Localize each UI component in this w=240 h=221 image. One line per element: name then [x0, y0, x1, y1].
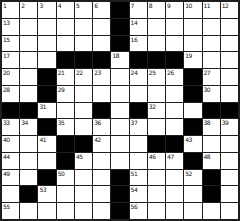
- crossword-cell[interactable]: 26: [166, 69, 183, 85]
- crossword-cell[interactable]: 5: [75, 2, 92, 18]
- crossword-cell[interactable]: [75, 186, 92, 202]
- clue-number: 37: [131, 119, 138, 126]
- crossword-cell[interactable]: 49: [2, 170, 19, 186]
- crossword-cell[interactable]: [93, 36, 110, 52]
- clue-number: 45: [76, 153, 83, 160]
- crossword-cell[interactable]: [93, 203, 110, 219]
- crossword-cell[interactable]: [184, 203, 201, 219]
- clue-number: 21: [58, 69, 65, 76]
- clue-number: 11: [204, 2, 211, 9]
- crossword-cell[interactable]: 10: [184, 2, 201, 18]
- crossword-cell[interactable]: 41: [38, 136, 55, 152]
- crossword-cell[interactable]: [166, 19, 183, 35]
- crossword-cell[interactable]: 15: [2, 36, 19, 52]
- clue-number: 9: [167, 2, 170, 9]
- clue-number: 13: [3, 19, 10, 26]
- crossword-cell[interactable]: 43: [184, 136, 201, 152]
- crossword-cell[interactable]: [93, 19, 110, 35]
- crossword-cell[interactable]: 30: [203, 86, 220, 102]
- clue-number: 14: [131, 19, 138, 26]
- clue-number: 52: [185, 170, 192, 177]
- black-square: [203, 103, 220, 119]
- black-square: [93, 52, 110, 68]
- clue-number: 48: [204, 153, 211, 160]
- black-square: [111, 170, 128, 186]
- crossword-cell[interactable]: [148, 170, 165, 186]
- crossword-cell[interactable]: 4: [57, 2, 74, 18]
- crossword-cell[interactable]: [57, 36, 74, 52]
- crossword-cell[interactable]: 36: [93, 119, 110, 135]
- crossword-cell[interactable]: [75, 36, 92, 52]
- crossword-cell[interactable]: [221, 170, 238, 186]
- crossword-cell[interactable]: 28: [2, 86, 19, 102]
- crossword-cell[interactable]: [221, 52, 238, 68]
- crossword-cell[interactable]: [130, 136, 147, 152]
- crossword-cell[interactable]: [38, 203, 55, 219]
- crossword-cell[interactable]: [130, 153, 147, 169]
- crossword-cell[interactable]: [20, 69, 37, 85]
- crossword-cell[interactable]: [20, 36, 37, 52]
- clue-number: 23: [94, 69, 101, 76]
- black-square: [57, 136, 74, 152]
- crossword-cell[interactable]: [20, 19, 37, 35]
- black-square: [130, 52, 147, 68]
- clue-number: 7: [131, 2, 134, 9]
- crossword-cell[interactable]: 20: [2, 69, 19, 85]
- crossword-cell[interactable]: 53: [38, 186, 55, 202]
- black-square: [184, 86, 201, 102]
- clue-number: 3: [39, 2, 42, 9]
- black-square: [57, 153, 74, 169]
- crossword-cell[interactable]: 55: [2, 203, 19, 219]
- clue-number: 41: [39, 136, 46, 143]
- crossword-cell[interactable]: 27: [203, 69, 220, 85]
- crossword-cell[interactable]: [221, 86, 238, 102]
- crossword-cell[interactable]: [166, 103, 183, 119]
- crossword-cell[interactable]: [166, 170, 183, 186]
- crossword-cell[interactable]: [20, 52, 37, 68]
- crossword-cell[interactable]: [203, 136, 220, 152]
- crossword-cell[interactable]: [75, 103, 92, 119]
- crossword-cell[interactable]: [221, 19, 238, 35]
- black-square: [111, 186, 128, 202]
- black-square: [148, 136, 165, 152]
- black-square: [184, 153, 201, 169]
- crossword-cell[interactable]: [148, 203, 165, 219]
- crossword-cell[interactable]: 39: [221, 119, 238, 135]
- black-square: [20, 186, 37, 202]
- black-square: [20, 103, 37, 119]
- clue-number: 27: [204, 69, 211, 76]
- black-square: [111, 36, 128, 52]
- clue-number: 55: [3, 203, 10, 210]
- crossword-cell[interactable]: [38, 153, 55, 169]
- crossword-cell[interactable]: [221, 136, 238, 152]
- crossword-cell[interactable]: [93, 186, 110, 202]
- crossword-cell[interactable]: 48: [203, 153, 220, 169]
- clue-number: 34: [21, 119, 28, 126]
- crossword-cell[interactable]: [221, 203, 238, 219]
- clue-number: 36: [94, 119, 101, 126]
- clue-number: 32: [149, 103, 156, 110]
- clue-number: 22: [76, 69, 83, 76]
- crossword-cell[interactable]: [2, 186, 19, 202]
- crossword-cell[interactable]: [75, 119, 92, 135]
- crossword-cell[interactable]: [184, 19, 201, 35]
- crossword-cell[interactable]: 37: [130, 119, 147, 135]
- clue-number: 6: [94, 2, 97, 9]
- black-square: [111, 203, 128, 219]
- black-square: [184, 119, 201, 135]
- crossword-cell[interactable]: 42: [93, 136, 110, 152]
- crossword-cell[interactable]: [57, 186, 74, 202]
- crossword-cell[interactable]: 35: [57, 119, 74, 135]
- crossword-cell[interactable]: 56: [130, 203, 147, 219]
- crossword-cell[interactable]: 3: [38, 2, 55, 18]
- crossword-cell[interactable]: [111, 119, 128, 135]
- clue-number: 56: [131, 203, 138, 210]
- crossword-cell[interactable]: 51: [130, 170, 147, 186]
- clue-number: 42: [94, 136, 101, 143]
- clue-number: 26: [167, 69, 174, 76]
- crossword-cell[interactable]: [38, 52, 55, 68]
- crossword-cell[interactable]: [166, 119, 183, 135]
- crossword-cell[interactable]: [166, 186, 183, 202]
- crossword-cell[interactable]: [75, 203, 92, 219]
- crossword-cell[interactable]: 46: [148, 153, 165, 169]
- crossword-cell[interactable]: [93, 170, 110, 186]
- clue-number: 30: [204, 86, 211, 93]
- clue-number: 25: [149, 69, 156, 76]
- black-square: [130, 103, 147, 119]
- crossword-cell[interactable]: 12: [221, 2, 238, 18]
- crossword-cell[interactable]: [20, 153, 37, 169]
- crossword-cell[interactable]: [57, 103, 74, 119]
- black-square: [111, 19, 128, 35]
- black-square: [2, 103, 19, 119]
- clue-number: 49: [3, 170, 10, 177]
- crossword-cell[interactable]: 33: [2, 119, 19, 135]
- crossword-cell[interactable]: 13: [2, 19, 19, 35]
- black-square: [166, 52, 183, 68]
- crossword-cell[interactable]: 9: [166, 2, 183, 18]
- crossword-cell[interactable]: [111, 103, 128, 119]
- crossword-cell[interactable]: [93, 153, 110, 169]
- crossword-cell[interactable]: 24: [130, 69, 147, 85]
- crossword-cell[interactable]: [111, 153, 128, 169]
- crossword-cell[interactable]: 31: [38, 103, 55, 119]
- black-square: [221, 103, 238, 119]
- clue-number: 10: [185, 2, 192, 9]
- crossword-cell[interactable]: [38, 19, 55, 35]
- crossword-cell[interactable]: [57, 203, 74, 219]
- black-square: [75, 52, 92, 68]
- clue-number: 43: [185, 136, 192, 143]
- crossword-cell[interactable]: 21: [57, 69, 74, 85]
- crossword-cell[interactable]: [93, 86, 110, 102]
- crossword-cell[interactable]: [148, 19, 165, 35]
- crossword-cell[interactable]: 38: [203, 119, 220, 135]
- clue-number: 40: [3, 136, 10, 143]
- crossword-cell[interactable]: 6: [93, 2, 110, 18]
- crossword-cell[interactable]: 54: [130, 186, 147, 202]
- crossword-cell[interactable]: [20, 136, 37, 152]
- clue-number: 35: [58, 119, 65, 126]
- crossword-cell[interactable]: [148, 119, 165, 135]
- crossword-cell[interactable]: [111, 86, 128, 102]
- crossword-cell[interactable]: 47: [166, 153, 183, 169]
- crossword-cell[interactable]: [75, 170, 92, 186]
- clue-number: 24: [131, 69, 138, 76]
- crossword-cell[interactable]: [203, 36, 220, 52]
- crossword-cell[interactable]: [184, 103, 201, 119]
- clue-number: 39: [222, 119, 229, 126]
- clue-number: 16: [131, 36, 138, 43]
- crossword-cell[interactable]: [20, 203, 37, 219]
- crossword-cell[interactable]: 17: [2, 52, 19, 68]
- crossword-cell[interactable]: 45: [75, 153, 92, 169]
- clue-number: 46: [149, 153, 156, 160]
- black-square: [184, 69, 201, 85]
- clue-number: 17: [3, 52, 10, 59]
- clue-number: 28: [3, 86, 10, 93]
- crossword-cell[interactable]: [221, 186, 238, 202]
- black-square: [38, 170, 55, 186]
- clue-number: 20: [3, 69, 10, 76]
- crossword-cell[interactable]: 7: [130, 2, 147, 18]
- crossword-cell[interactable]: [75, 86, 92, 102]
- crossword-grid: 1234567891011121314151617181920212223242…: [0, 0, 240, 221]
- clue-number: 50: [58, 170, 65, 177]
- crossword-cell[interactable]: 22: [75, 69, 92, 85]
- clue-number: 18: [112, 52, 119, 59]
- crossword-cell[interactable]: [148, 36, 165, 52]
- crossword-cell[interactable]: [203, 203, 220, 219]
- crossword-cell[interactable]: [221, 153, 238, 169]
- crossword-cell[interactable]: [20, 170, 37, 186]
- crossword-cell[interactable]: 1: [2, 2, 19, 18]
- clue-number: 1: [3, 2, 6, 9]
- clue-number: 51: [131, 170, 138, 177]
- crossword-cell[interactable]: 34: [20, 119, 37, 135]
- crossword-cell[interactable]: [130, 86, 147, 102]
- crossword-cell[interactable]: 44: [2, 153, 19, 169]
- black-square: [38, 69, 55, 85]
- crossword-cell[interactable]: [166, 86, 183, 102]
- crossword-cell[interactable]: 32: [148, 103, 165, 119]
- crossword-cell[interactable]: [148, 186, 165, 202]
- clue-number: 53: [39, 186, 46, 193]
- black-square: [57, 52, 74, 68]
- crossword-cell[interactable]: [184, 186, 201, 202]
- clue-number: 4: [58, 2, 61, 9]
- clue-number: 38: [204, 119, 211, 126]
- crossword-cell[interactable]: [111, 69, 128, 85]
- black-square: [38, 119, 55, 135]
- clue-number: 47: [167, 153, 174, 160]
- black-square: [203, 186, 220, 202]
- clue-number: 5: [76, 2, 79, 9]
- crossword-cell[interactable]: [221, 69, 238, 85]
- crossword-cell[interactable]: 2: [20, 2, 37, 18]
- crossword-cell[interactable]: [148, 86, 165, 102]
- clue-number: 8: [149, 2, 152, 9]
- crossword-cell[interactable]: 23: [93, 69, 110, 85]
- black-square: [148, 52, 165, 68]
- crossword-cell[interactable]: 50: [57, 170, 74, 186]
- black-square: [111, 2, 128, 18]
- black-square: [166, 136, 183, 152]
- black-square: [75, 136, 92, 152]
- crossword-cell[interactable]: [20, 86, 37, 102]
- clue-number: 12: [222, 2, 229, 9]
- crossword-cell[interactable]: [203, 19, 220, 35]
- crossword-cell[interactable]: [184, 36, 201, 52]
- clue-number: 44: [3, 153, 10, 160]
- crossword-cell[interactable]: [111, 136, 128, 152]
- black-square: [38, 86, 55, 102]
- crossword-cell[interactable]: 40: [2, 136, 19, 152]
- clue-number: 29: [58, 86, 65, 93]
- crossword-cell[interactable]: 18: [111, 52, 128, 68]
- crossword-cell[interactable]: 11: [203, 2, 220, 18]
- crossword-cell[interactable]: 8: [148, 2, 165, 18]
- crossword-cell[interactable]: 52: [184, 170, 201, 186]
- clue-number: 2: [21, 2, 24, 9]
- crossword-cell[interactable]: [57, 19, 74, 35]
- crossword-cell[interactable]: 25: [148, 69, 165, 85]
- clue-number: 19: [185, 52, 192, 59]
- clue-number: 15: [3, 36, 10, 43]
- crossword-cell[interactable]: [166, 203, 183, 219]
- crossword-cell[interactable]: 14: [130, 19, 147, 35]
- clue-number: 31: [39, 103, 46, 110]
- clue-number: 33: [3, 119, 10, 126]
- black-square: [203, 170, 220, 186]
- black-square: [93, 103, 110, 119]
- crossword-cell[interactable]: [38, 36, 55, 52]
- crossword-cell[interactable]: [221, 36, 238, 52]
- crossword-cell[interactable]: [75, 19, 92, 35]
- crossword-cell[interactable]: 16: [130, 36, 147, 52]
- crossword-cell[interactable]: [166, 36, 183, 52]
- crossword-cell[interactable]: [203, 52, 220, 68]
- clue-number: 54: [131, 186, 138, 193]
- crossword-cell[interactable]: 19: [184, 52, 201, 68]
- crossword-cell[interactable]: 29: [57, 86, 74, 102]
